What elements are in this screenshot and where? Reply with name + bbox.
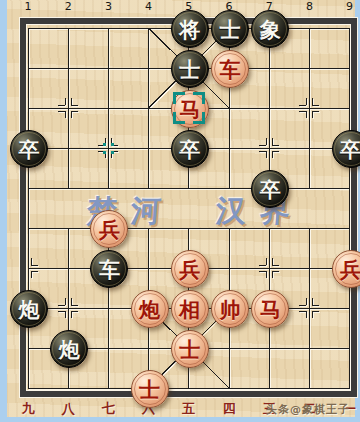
piece-glyph: 炮 — [139, 299, 160, 320]
piece-glyph: 帅 — [220, 299, 241, 320]
piece-black-cannon[interactable]: 炮 — [50, 330, 88, 368]
piece-red-advisor[interactable]: 士 — [171, 330, 209, 368]
file-label-top: 3 — [97, 0, 119, 13]
piece-red-elephant[interactable]: 相 — [171, 290, 209, 328]
piece-black-soldier[interactable]: 卒 — [10, 130, 48, 168]
piece-black-cannon[interactable]: 炮 — [10, 290, 48, 328]
file-label-bottom: 七 — [97, 400, 119, 418]
piece-glyph: 马 — [260, 299, 281, 320]
piece-glyph: 兵 — [179, 259, 200, 280]
file-label-top: 4 — [138, 0, 160, 13]
piece-glyph: 卒 — [260, 179, 281, 200]
piece-glyph: 士 — [179, 339, 200, 360]
piece-glyph: 象 — [260, 19, 281, 40]
file-label-bottom: 五 — [178, 400, 200, 418]
piece-red-chariot[interactable]: 车 — [211, 50, 249, 88]
file-label-top: 1 — [17, 0, 39, 13]
piece-red-soldier[interactable]: 兵 — [171, 250, 209, 288]
piece-black-advisor[interactable]: 士 — [211, 10, 249, 48]
piece-glyph: 车 — [99, 259, 120, 280]
app-window: 楚河 汉界 123456789 九八七六五四三二一 将士象士车马卒卒卒卒兵车兵兵… — [0, 0, 360, 422]
piece-black-general[interactable]: 将 — [171, 10, 209, 48]
piece-glyph: 相 — [179, 299, 200, 320]
piece-glyph: 卒 — [179, 139, 200, 160]
piece-red-general[interactable]: 帅 — [211, 290, 249, 328]
piece-glyph: 卒 — [19, 139, 40, 160]
piece-glyph: 士 — [220, 19, 241, 40]
board-wood: 楚河 汉界 123456789 九八七六五四三二一 将士象士车马卒卒卒卒兵车兵兵… — [7, 0, 355, 417]
piece-glyph: 炮 — [19, 299, 40, 320]
piece-glyph: 士 — [139, 379, 160, 400]
piece-red-cannon[interactable]: 炮 — [131, 290, 169, 328]
piece-glyph: 将 — [179, 19, 200, 40]
watermark: 头条@象棋王子 — [266, 402, 350, 417]
file-label-bottom: 四 — [218, 400, 240, 418]
piece-red-horse[interactable]: 马 — [251, 290, 289, 328]
file-label-bottom: 八 — [57, 400, 79, 418]
piece-black-elephant[interactable]: 象 — [251, 10, 289, 48]
piece-glyph: 卒 — [340, 139, 360, 160]
file-label-top: 8 — [298, 0, 320, 13]
piece-black-soldier[interactable]: 卒 — [251, 170, 289, 208]
piece-red-horse[interactable]: 马 — [171, 90, 209, 128]
piece-glyph: 士 — [179, 59, 200, 80]
piece-glyph: 兵 — [99, 219, 120, 240]
piece-glyph: 炮 — [59, 339, 80, 360]
piece-glyph: 兵 — [340, 259, 360, 280]
file-label-bottom: 九 — [17, 400, 39, 418]
piece-glyph: 车 — [220, 59, 241, 80]
piece-red-advisor[interactable]: 士 — [131, 370, 169, 408]
file-label-top: 9 — [339, 0, 360, 13]
piece-black-advisor[interactable]: 士 — [171, 50, 209, 88]
file-label-top: 2 — [57, 0, 79, 13]
piece-glyph: 马 — [179, 99, 200, 120]
piece-black-soldier[interactable]: 卒 — [171, 130, 209, 168]
